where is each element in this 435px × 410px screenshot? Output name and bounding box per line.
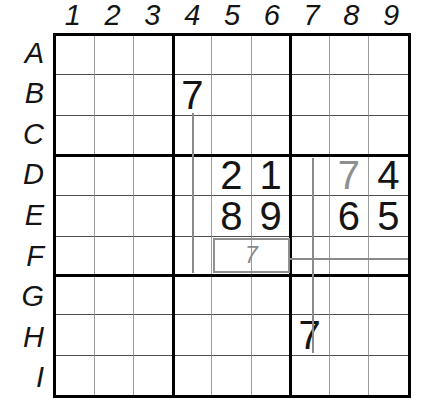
cell-D3[interactable] <box>134 155 173 196</box>
cell-H7[interactable]: 7 <box>291 315 330 356</box>
cell-D5[interactable]: 2 <box>212 155 251 196</box>
cell-I9[interactable] <box>369 356 408 395</box>
column-labels: 123456789 <box>53 0 411 31</box>
given-digit-D5: 2 <box>220 155 242 195</box>
row-label-H: H <box>0 317 46 358</box>
given-digit-H7: 7 <box>299 315 321 355</box>
cell-A8[interactable] <box>330 36 369 75</box>
cell-I6[interactable] <box>252 356 291 395</box>
cell-B1[interactable] <box>56 75 95 116</box>
cell-F1[interactable] <box>56 237 95 276</box>
box-border-vertical-1 <box>172 36 175 395</box>
cell-C5[interactable] <box>212 116 251 155</box>
cell-D2[interactable] <box>95 155 134 196</box>
cell-I1[interactable] <box>56 356 95 395</box>
row-label-A: A <box>0 33 46 74</box>
cell-F7[interactable] <box>291 237 330 276</box>
cell-A7[interactable] <box>291 36 330 75</box>
cell-I2[interactable] <box>95 356 134 395</box>
cell-B7[interactable] <box>291 75 330 116</box>
cell-H2[interactable] <box>95 315 134 356</box>
cell-F9[interactable] <box>369 237 408 276</box>
cell-I4[interactable] <box>173 356 212 395</box>
given-digit-E8: 6 <box>338 196 360 236</box>
given-digit-D9: 4 <box>377 155 399 195</box>
column-label-5: 5 <box>212 0 252 31</box>
cell-B3[interactable] <box>134 75 173 116</box>
cell-A6[interactable] <box>252 36 291 75</box>
box-border-horizontal-2 <box>56 274 408 277</box>
candidate-box: 7 <box>213 238 290 273</box>
cell-G7[interactable] <box>291 276 330 315</box>
elimination-line-row-f <box>290 258 408 260</box>
cell-I7[interactable] <box>291 356 330 395</box>
cell-A5[interactable] <box>212 36 251 75</box>
cell-D1[interactable] <box>56 155 95 196</box>
cell-grid: 7217489657 <box>56 36 408 395</box>
cell-E7[interactable] <box>291 196 330 237</box>
given-digit-E6: 9 <box>259 196 281 236</box>
cell-D8[interactable]: 7 <box>330 155 369 196</box>
cell-C7[interactable] <box>291 116 330 155</box>
cell-E6[interactable]: 9 <box>252 196 291 237</box>
cell-E1[interactable] <box>56 196 95 237</box>
cell-G9[interactable] <box>369 276 408 315</box>
row-label-B: B <box>0 74 46 115</box>
cell-F3[interactable] <box>134 237 173 276</box>
given-digit-E5: 8 <box>220 196 242 236</box>
row-label-F: F <box>0 236 46 277</box>
cell-C2[interactable] <box>95 116 134 155</box>
row-label-G: G <box>0 276 46 317</box>
cell-E2[interactable] <box>95 196 134 237</box>
cell-H5[interactable] <box>212 315 251 356</box>
given-digit-D8: 7 <box>338 155 360 195</box>
cell-H8[interactable] <box>330 315 369 356</box>
cell-C1[interactable] <box>56 116 95 155</box>
row-labels: ABCDEFGHI <box>0 33 46 398</box>
cell-B4[interactable]: 7 <box>173 75 212 116</box>
row-label-I: I <box>0 357 46 398</box>
cell-B2[interactable] <box>95 75 134 116</box>
column-label-4: 4 <box>172 0 212 31</box>
column-label-7: 7 <box>292 0 332 31</box>
cell-H3[interactable] <box>134 315 173 356</box>
cell-H1[interactable] <box>56 315 95 356</box>
cell-G2[interactable] <box>95 276 134 315</box>
cell-E5[interactable]: 8 <box>212 196 251 237</box>
box-border-horizontal-1 <box>56 154 408 157</box>
cell-C8[interactable] <box>330 116 369 155</box>
cell-C6[interactable] <box>252 116 291 155</box>
cell-A4[interactable] <box>173 36 212 75</box>
cell-A1[interactable] <box>56 36 95 75</box>
elimination-line-column-4 <box>192 113 194 273</box>
column-label-3: 3 <box>133 0 173 31</box>
cell-F8[interactable] <box>330 237 369 276</box>
cell-A9[interactable] <box>369 36 408 75</box>
cell-B6[interactable] <box>252 75 291 116</box>
cell-A3[interactable] <box>134 36 173 75</box>
sudoku-diagram: 123456789 ABCDEFGHI 7217489657 7 <box>0 0 435 410</box>
cell-G6[interactable] <box>252 276 291 315</box>
column-label-8: 8 <box>331 0 371 31</box>
cell-C9[interactable] <box>369 116 408 155</box>
cell-F2[interactable] <box>95 237 134 276</box>
elimination-line-column-7 <box>312 158 314 353</box>
cell-I3[interactable] <box>134 356 173 395</box>
cell-B9[interactable] <box>369 75 408 116</box>
given-digit-B4: 7 <box>181 75 203 115</box>
cell-D6[interactable]: 1 <box>252 155 291 196</box>
cell-G1[interactable] <box>56 276 95 315</box>
row-label-D: D <box>0 155 46 196</box>
cell-C3[interactable] <box>134 116 173 155</box>
cell-H4[interactable] <box>173 315 212 356</box>
column-label-6: 6 <box>252 0 292 31</box>
cell-H6[interactable] <box>252 315 291 356</box>
cell-D7[interactable] <box>291 155 330 196</box>
sudoku-board: 7217489657 7 <box>53 33 411 398</box>
cell-E8[interactable]: 6 <box>330 196 369 237</box>
column-label-2: 2 <box>93 0 133 31</box>
cell-E3[interactable] <box>134 196 173 237</box>
given-digit-D6: 1 <box>259 155 281 195</box>
cell-B8[interactable] <box>330 75 369 116</box>
cell-A2[interactable] <box>95 36 134 75</box>
row-label-C: C <box>0 114 46 155</box>
candidate-value: 7 <box>245 244 258 267</box>
cell-D9[interactable]: 4 <box>369 155 408 196</box>
given-digit-E9: 5 <box>377 196 399 236</box>
cell-E9[interactable]: 5 <box>369 196 408 237</box>
cell-I8[interactable] <box>330 356 369 395</box>
cell-G5[interactable] <box>212 276 251 315</box>
column-label-1: 1 <box>53 0 93 31</box>
box-border-vertical-2 <box>289 36 292 395</box>
cell-G4[interactable] <box>173 276 212 315</box>
cell-B5[interactable] <box>212 75 251 116</box>
cell-H9[interactable] <box>369 315 408 356</box>
row-label-E: E <box>0 195 46 236</box>
column-label-9: 9 <box>371 0 411 31</box>
cell-I5[interactable] <box>212 356 251 395</box>
cell-G8[interactable] <box>330 276 369 315</box>
cell-G3[interactable] <box>134 276 173 315</box>
